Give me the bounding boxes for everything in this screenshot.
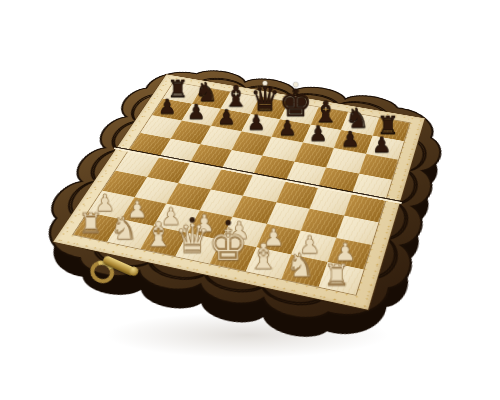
black-pawn-e7: ♟ (278, 118, 297, 139)
chessboard: abcdefgh abcdefgh 87654321 87654321 ♜♞♝♛… (0, 51, 469, 357)
white-queen-d1: ♛ (175, 219, 211, 259)
finial-dot (190, 217, 196, 223)
black-pawn-b7: ♟ (187, 102, 205, 123)
black-pawn-a7: ♟ (158, 97, 176, 117)
black-pawn-d7: ♟ (247, 113, 266, 134)
finial-dot (225, 220, 231, 226)
scene: abcdefgh abcdefgh 87654321 87654321 ♜♞♝♛… (0, 0, 500, 400)
white-rook-a1: ♜ (78, 209, 103, 237)
finial-dot (293, 82, 298, 87)
finial-dot (263, 81, 268, 86)
white-bishop-f1: ♝ (248, 239, 279, 274)
white-knight-g1: ♞ (285, 249, 314, 282)
photo-stage: abcdefgh abcdefgh 87654321 87654321 ♜♞♝♛… (0, 0, 500, 400)
white-king-e1: ♚ (208, 222, 248, 267)
white-knight-b1: ♞ (110, 213, 138, 245)
black-pawn-c7: ♟ (217, 107, 236, 128)
white-rook-h1: ♜ (324, 260, 351, 290)
square-h7: ♟ (366, 135, 404, 159)
black-pawn-g7: ♟ (340, 129, 359, 150)
white-bishop-c1: ♝ (143, 218, 173, 252)
black-pawn-h7: ♟ (372, 135, 391, 157)
black-pawn-f7: ♟ (309, 123, 328, 144)
